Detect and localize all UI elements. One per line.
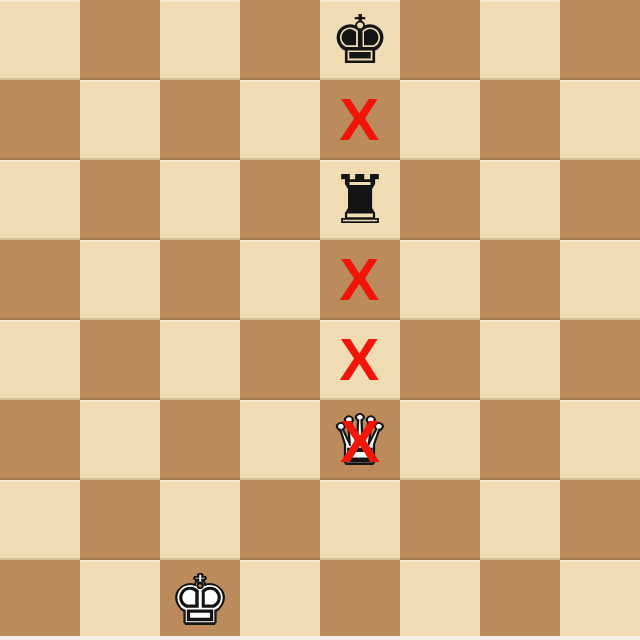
square-g1[interactable] <box>480 560 560 640</box>
square-d5[interactable] <box>240 240 320 320</box>
square-e7[interactable]: X <box>320 80 400 160</box>
square-b8[interactable] <box>80 0 160 80</box>
square-f3[interactable] <box>400 400 480 480</box>
square-f2[interactable] <box>400 480 480 560</box>
square-d7[interactable] <box>240 80 320 160</box>
square-e5[interactable]: X <box>320 240 400 320</box>
square-b1[interactable] <box>80 560 160 640</box>
square-a6[interactable] <box>0 160 80 240</box>
piece-black-rook[interactable]: ♜ <box>330 167 390 234</box>
x-mark-e3: X <box>340 412 380 472</box>
square-a2[interactable] <box>0 480 80 560</box>
x-mark-e4: X <box>339 330 379 390</box>
square-f5[interactable] <box>400 240 480 320</box>
square-b4[interactable] <box>80 320 160 400</box>
square-a3[interactable] <box>0 400 80 480</box>
square-h5[interactable] <box>560 240 640 320</box>
square-d4[interactable] <box>240 320 320 400</box>
square-g8[interactable] <box>480 0 560 80</box>
square-b3[interactable] <box>80 400 160 480</box>
square-e6[interactable]: ♜ <box>320 160 400 240</box>
square-h7[interactable] <box>560 80 640 160</box>
square-c4[interactable] <box>160 320 240 400</box>
square-b7[interactable] <box>80 80 160 160</box>
square-g7[interactable] <box>480 80 560 160</box>
square-c6[interactable] <box>160 160 240 240</box>
square-h3[interactable] <box>560 400 640 480</box>
square-g6[interactable] <box>480 160 560 240</box>
square-h8[interactable] <box>560 0 640 80</box>
square-h4[interactable] <box>560 320 640 400</box>
square-b2[interactable] <box>80 480 160 560</box>
square-e2[interactable] <box>320 480 400 560</box>
square-b5[interactable] <box>80 240 160 320</box>
square-d8[interactable] <box>240 0 320 80</box>
square-a5[interactable] <box>0 240 80 320</box>
square-f6[interactable] <box>400 160 480 240</box>
square-c5[interactable] <box>160 240 240 320</box>
square-a8[interactable] <box>0 0 80 80</box>
piece-white-king[interactable]: ♚ <box>170 567 230 634</box>
square-h1[interactable] <box>560 560 640 640</box>
square-d2[interactable] <box>240 480 320 560</box>
square-c3[interactable] <box>160 400 240 480</box>
chess-board-image: ♚X♜XX♛X♚ <box>0 0 640 640</box>
square-a4[interactable] <box>0 320 80 400</box>
square-b6[interactable] <box>80 160 160 240</box>
square-f8[interactable] <box>400 0 480 80</box>
square-a1[interactable] <box>0 560 80 640</box>
square-h2[interactable] <box>560 480 640 560</box>
square-f1[interactable] <box>400 560 480 640</box>
x-mark-e7: X <box>339 90 379 150</box>
square-e8[interactable]: ♚ <box>320 0 400 80</box>
square-c7[interactable] <box>160 80 240 160</box>
chess-board: ♚X♜XX♛X♚ <box>0 0 640 640</box>
square-d3[interactable] <box>240 400 320 480</box>
square-e3[interactable]: ♛X <box>320 400 400 480</box>
square-c8[interactable] <box>160 0 240 80</box>
square-e1[interactable] <box>320 560 400 640</box>
square-d1[interactable] <box>240 560 320 640</box>
square-h6[interactable] <box>560 160 640 240</box>
square-g2[interactable] <box>480 480 560 560</box>
square-f4[interactable] <box>400 320 480 400</box>
piece-black-king[interactable]: ♚ <box>330 7 390 74</box>
square-g5[interactable] <box>480 240 560 320</box>
square-c1[interactable]: ♚ <box>160 560 240 640</box>
square-e4[interactable]: X <box>320 320 400 400</box>
square-c2[interactable] <box>160 480 240 560</box>
square-g3[interactable] <box>480 400 560 480</box>
square-a7[interactable] <box>0 80 80 160</box>
x-mark-e5: X <box>339 250 379 310</box>
square-d6[interactable] <box>240 160 320 240</box>
board-bottom-strip <box>0 636 640 640</box>
square-f7[interactable] <box>400 80 480 160</box>
square-g4[interactable] <box>480 320 560 400</box>
